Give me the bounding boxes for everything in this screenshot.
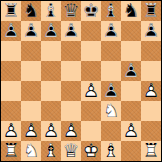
square-c4[interactable]: [41, 81, 61, 101]
piece-black-pawn[interactable]: ♟♙: [41, 21, 61, 41]
square-b1[interactable]: ♞♘: [21, 141, 41, 161]
square-f4[interactable]: ♟♙: [101, 81, 121, 101]
square-h1[interactable]: ♜♖: [141, 141, 161, 161]
piece-glyph-outline: ♔: [81, 0, 101, 20]
piece-white-pawn[interactable]: ♟♙: [61, 121, 81, 141]
piece-white-pawn[interactable]: ♟♙: [1, 121, 21, 141]
square-h3[interactable]: [141, 101, 161, 121]
square-a3[interactable]: [1, 101, 21, 121]
piece-glyph-outline: ♕: [61, 0, 81, 20]
piece-glyph-outline: ♙: [61, 120, 81, 140]
piece-black-king[interactable]: ♚♔: [81, 1, 101, 21]
piece-white-pawn[interactable]: ♟♙: [41, 121, 61, 141]
piece-glyph-outline: ♖: [141, 0, 161, 20]
piece-glyph-outline: ♙: [1, 20, 21, 40]
piece-black-knight[interactable]: ♞♘: [21, 1, 41, 21]
square-g3[interactable]: [121, 101, 141, 121]
piece-glyph-outline: ♘: [101, 100, 121, 120]
piece-black-pawn[interactable]: ♟♙: [61, 21, 81, 41]
square-h8[interactable]: ♜♖: [141, 1, 161, 21]
square-g1[interactable]: [121, 141, 141, 161]
square-f1[interactable]: ♝♗: [101, 141, 121, 161]
piece-glyph-outline: ♔: [81, 140, 101, 160]
piece-white-queen[interactable]: ♛♕: [61, 141, 81, 161]
square-e2[interactable]: [81, 121, 101, 141]
square-a5[interactable]: [1, 61, 21, 81]
piece-white-bishop[interactable]: ♝♗: [41, 141, 61, 161]
square-h4[interactable]: ♟♙: [141, 81, 161, 101]
piece-black-rook[interactable]: ♜♖: [1, 1, 21, 21]
piece-glyph-outline: ♙: [101, 80, 121, 100]
square-f5[interactable]: [101, 61, 121, 81]
piece-black-bishop[interactable]: ♝♗: [41, 1, 61, 21]
square-e8[interactable]: ♚♔: [81, 1, 101, 21]
square-c2[interactable]: ♟♙: [41, 121, 61, 141]
piece-black-pawn[interactable]: ♟♙: [141, 21, 161, 41]
square-e5[interactable]: [81, 61, 101, 81]
square-g8[interactable]: ♞♘: [121, 1, 141, 21]
square-f2[interactable]: [101, 121, 121, 141]
piece-glyph-outline: ♙: [21, 120, 41, 140]
square-b4[interactable]: [21, 81, 41, 101]
square-d1[interactable]: ♛♕: [61, 141, 81, 161]
piece-black-bishop[interactable]: ♝♗: [101, 1, 121, 21]
piece-glyph-outline: ♕: [61, 140, 81, 160]
square-c1[interactable]: ♝♗: [41, 141, 61, 161]
square-a4[interactable]: [1, 81, 21, 101]
square-b8[interactable]: ♞♘: [21, 1, 41, 21]
piece-white-king[interactable]: ♚♔: [81, 141, 101, 161]
square-h6[interactable]: [141, 41, 161, 61]
piece-glyph-outline: ♙: [21, 20, 41, 40]
piece-white-knight[interactable]: ♞♘: [21, 141, 41, 161]
square-h2[interactable]: [141, 121, 161, 141]
piece-glyph-outline: ♗: [101, 0, 121, 20]
piece-white-rook[interactable]: ♜♖: [141, 141, 161, 161]
piece-glyph-outline: ♗: [41, 140, 61, 160]
square-g2[interactable]: ♟♙: [121, 121, 141, 141]
piece-glyph-outline: ♙: [61, 20, 81, 40]
square-c5[interactable]: [41, 61, 61, 81]
piece-glyph-outline: ♙: [81, 80, 101, 100]
piece-glyph-outline: ♙: [141, 80, 161, 100]
piece-black-pawn[interactable]: ♟♙: [1, 21, 21, 41]
square-d2[interactable]: ♟♙: [61, 121, 81, 141]
square-h5[interactable]: [141, 61, 161, 81]
square-a1[interactable]: ♜♖: [1, 141, 21, 161]
piece-black-rook[interactable]: ♜♖: [141, 1, 161, 21]
square-d3[interactable]: [61, 101, 81, 121]
piece-glyph-outline: ♙: [121, 60, 141, 80]
square-d4[interactable]: [61, 81, 81, 101]
piece-glyph-outline: ♙: [41, 20, 61, 40]
square-f8[interactable]: ♝♗: [101, 1, 121, 21]
piece-glyph-outline: ♖: [1, 140, 21, 160]
square-d8[interactable]: ♛♕: [61, 1, 81, 21]
square-c3[interactable]: [41, 101, 61, 121]
piece-glyph-outline: ♗: [41, 0, 61, 20]
piece-black-queen[interactable]: ♛♕: [61, 1, 81, 21]
square-e6[interactable]: [81, 41, 101, 61]
piece-glyph-outline: ♙: [41, 120, 61, 140]
piece-white-pawn[interactable]: ♟♙: [121, 121, 141, 141]
piece-glyph-outline: ♘: [121, 0, 141, 20]
square-d7[interactable]: ♟♙: [61, 21, 81, 41]
piece-glyph-outline: ♗: [101, 140, 121, 160]
square-g5[interactable]: ♟♙: [121, 61, 141, 81]
piece-glyph-outline: ♖: [1, 0, 21, 20]
square-a7[interactable]: ♟♙: [1, 21, 21, 41]
chess-board: ♜♖♞♘♝♗♛♕♚♔♝♗♞♘♜♖♟♙♟♙♟♙♟♙♟♙♟♙♟♙♟♙♟♙♟♙♞♘♟♙…: [0, 0, 162, 162]
square-b7[interactable]: ♟♙: [21, 21, 41, 41]
square-f3[interactable]: ♞♘: [101, 101, 121, 121]
square-e1[interactable]: ♚♔: [81, 141, 101, 161]
square-b5[interactable]: [21, 61, 41, 81]
piece-white-rook[interactable]: ♜♖: [1, 141, 21, 161]
square-g7[interactable]: [121, 21, 141, 41]
square-b2[interactable]: ♟♙: [21, 121, 41, 141]
square-d6[interactable]: [61, 41, 81, 61]
piece-white-pawn[interactable]: ♟♙: [21, 121, 41, 141]
square-e4[interactable]: ♟♙: [81, 81, 101, 101]
piece-glyph-outline: ♙: [141, 20, 161, 40]
piece-black-pawn[interactable]: ♟♙: [101, 21, 121, 41]
square-e7[interactable]: [81, 21, 101, 41]
square-h7[interactable]: ♟♙: [141, 21, 161, 41]
piece-glyph-outline: ♙: [1, 120, 21, 140]
square-c6[interactable]: [41, 41, 61, 61]
piece-glyph-outline: ♙: [101, 20, 121, 40]
square-g4[interactable]: [121, 81, 141, 101]
square-c8[interactable]: ♝♗: [41, 1, 61, 21]
square-e3[interactable]: [81, 101, 101, 121]
square-f6[interactable]: [101, 41, 121, 61]
piece-black-pawn[interactable]: ♟♙: [21, 21, 41, 41]
square-b6[interactable]: [21, 41, 41, 61]
piece-white-knight[interactable]: ♞♘: [101, 101, 121, 121]
piece-black-pawn[interactable]: ♟♙: [121, 61, 141, 81]
piece-glyph-outline: ♙: [121, 120, 141, 140]
square-c7[interactable]: ♟♙: [41, 21, 61, 41]
square-a2[interactable]: ♟♙: [1, 121, 21, 141]
square-a8[interactable]: ♜♖: [1, 1, 21, 21]
square-b3[interactable]: [21, 101, 41, 121]
piece-glyph-outline: ♘: [21, 0, 41, 20]
piece-white-pawn[interactable]: ♟♙: [81, 81, 101, 101]
piece-black-pawn[interactable]: ♟♙: [101, 81, 121, 101]
square-f7[interactable]: ♟♙: [101, 21, 121, 41]
piece-white-bishop[interactable]: ♝♗: [101, 141, 121, 161]
piece-black-knight[interactable]: ♞♘: [121, 1, 141, 21]
piece-glyph-outline: ♖: [141, 140, 161, 160]
piece-white-pawn[interactable]: ♟♙: [141, 81, 161, 101]
square-a6[interactable]: [1, 41, 21, 61]
square-d5[interactable]: [61, 61, 81, 81]
square-g6[interactable]: [121, 41, 141, 61]
piece-glyph-outline: ♘: [21, 140, 41, 160]
